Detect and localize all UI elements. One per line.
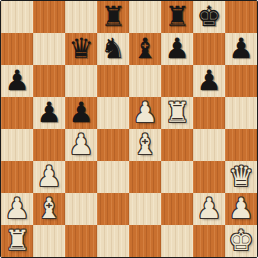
square-g8[interactable]: ♚ xyxy=(193,1,225,33)
square-b7[interactable] xyxy=(33,33,65,65)
square-g4[interactable] xyxy=(193,129,225,161)
white-pawn-piece[interactable]: ♟ xyxy=(196,193,221,225)
black-pawn-piece[interactable]: ♟ xyxy=(68,97,93,129)
white-pawn-piece[interactable]: ♟ xyxy=(68,129,93,161)
white-bishop-piece[interactable]: ♝ xyxy=(36,193,61,225)
square-a1[interactable]: ♜ xyxy=(1,225,33,257)
square-f5[interactable]: ♜ xyxy=(161,97,193,129)
square-g1[interactable] xyxy=(193,225,225,257)
white-rook-piece[interactable]: ♜ xyxy=(4,225,29,257)
square-d1[interactable] xyxy=(97,225,129,257)
black-rook-piece[interactable]: ♜ xyxy=(100,1,125,33)
square-d8[interactable]: ♜ xyxy=(97,1,129,33)
square-d7[interactable]: ♞ xyxy=(97,33,129,65)
black-queen-piece[interactable]: ♛ xyxy=(68,33,93,65)
square-c5[interactable]: ♟ xyxy=(65,97,97,129)
black-pawn-piece[interactable]: ♟ xyxy=(36,97,61,129)
square-c7[interactable]: ♛ xyxy=(65,33,97,65)
square-f4[interactable] xyxy=(161,129,193,161)
square-c1[interactable] xyxy=(65,225,97,257)
square-h7[interactable]: ♟ xyxy=(225,33,257,65)
square-d2[interactable] xyxy=(97,193,129,225)
square-e1[interactable] xyxy=(129,225,161,257)
square-g6[interactable]: ♟ xyxy=(193,65,225,97)
square-a5[interactable] xyxy=(1,97,33,129)
square-e5[interactable]: ♟ xyxy=(129,97,161,129)
square-e6[interactable] xyxy=(129,65,161,97)
white-pawn-piece[interactable]: ♟ xyxy=(132,97,157,129)
square-c8[interactable] xyxy=(65,1,97,33)
square-h4[interactable] xyxy=(225,129,257,161)
black-bishop-piece[interactable]: ♝ xyxy=(132,33,157,65)
white-bishop-piece[interactable]: ♝ xyxy=(132,129,157,161)
white-queen-piece[interactable]: ♛ xyxy=(228,161,253,193)
square-h8[interactable] xyxy=(225,1,257,33)
square-a7[interactable] xyxy=(1,33,33,65)
square-e8[interactable] xyxy=(129,1,161,33)
square-g3[interactable] xyxy=(193,161,225,193)
square-d5[interactable] xyxy=(97,97,129,129)
black-rook-piece[interactable]: ♜ xyxy=(164,1,189,33)
square-f2[interactable] xyxy=(161,193,193,225)
black-pawn-piece[interactable]: ♟ xyxy=(164,33,189,65)
square-e7[interactable]: ♝ xyxy=(129,33,161,65)
black-pawn-piece[interactable]: ♟ xyxy=(4,65,29,97)
square-a4[interactable] xyxy=(1,129,33,161)
square-a2[interactable]: ♟ xyxy=(1,193,33,225)
square-d6[interactable] xyxy=(97,65,129,97)
square-g5[interactable] xyxy=(193,97,225,129)
white-king-piece[interactable]: ♚ xyxy=(228,225,253,257)
white-pawn-piece[interactable]: ♟ xyxy=(228,193,253,225)
black-knight-piece[interactable]: ♞ xyxy=(100,33,125,65)
square-d4[interactable] xyxy=(97,129,129,161)
black-king-piece[interactable]: ♚ xyxy=(196,1,221,33)
square-a8[interactable] xyxy=(1,1,33,33)
square-h5[interactable] xyxy=(225,97,257,129)
square-b5[interactable]: ♟ xyxy=(33,97,65,129)
square-d3[interactable] xyxy=(97,161,129,193)
square-f3[interactable] xyxy=(161,161,193,193)
square-f8[interactable]: ♜ xyxy=(161,1,193,33)
chess-board: ♜♜♚♛♞♝♟♟♟♟♟♟♟♜♟♝♟♛♟♝♟♟♜♚ xyxy=(0,0,258,258)
square-h1[interactable]: ♚ xyxy=(225,225,257,257)
square-b6[interactable] xyxy=(33,65,65,97)
square-f6[interactable] xyxy=(161,65,193,97)
square-b1[interactable] xyxy=(33,225,65,257)
square-b8[interactable] xyxy=(33,1,65,33)
square-a6[interactable]: ♟ xyxy=(1,65,33,97)
square-a3[interactable] xyxy=(1,161,33,193)
square-b3[interactable]: ♟ xyxy=(33,161,65,193)
white-pawn-piece[interactable]: ♟ xyxy=(4,193,29,225)
square-h6[interactable] xyxy=(225,65,257,97)
square-c2[interactable] xyxy=(65,193,97,225)
square-f7[interactable]: ♟ xyxy=(161,33,193,65)
square-g7[interactable] xyxy=(193,33,225,65)
white-rook-piece[interactable]: ♜ xyxy=(164,97,189,129)
square-e3[interactable] xyxy=(129,161,161,193)
black-pawn-piece[interactable]: ♟ xyxy=(228,33,253,65)
square-c4[interactable]: ♟ xyxy=(65,129,97,161)
square-c3[interactable] xyxy=(65,161,97,193)
square-h3[interactable]: ♛ xyxy=(225,161,257,193)
square-b4[interactable] xyxy=(33,129,65,161)
black-pawn-piece[interactable]: ♟ xyxy=(196,65,221,97)
square-e4[interactable]: ♝ xyxy=(129,129,161,161)
square-f1[interactable] xyxy=(161,225,193,257)
square-e2[interactable] xyxy=(129,193,161,225)
square-g2[interactable]: ♟ xyxy=(193,193,225,225)
chess-diagram: ♜♜♚♛♞♝♟♟♟♟♟♟♟♜♟♝♟♛♟♝♟♟♜♚ xyxy=(0,0,258,258)
white-pawn-piece[interactable]: ♟ xyxy=(36,161,61,193)
square-c6[interactable] xyxy=(65,65,97,97)
square-b2[interactable]: ♝ xyxy=(33,193,65,225)
square-h2[interactable]: ♟ xyxy=(225,193,257,225)
